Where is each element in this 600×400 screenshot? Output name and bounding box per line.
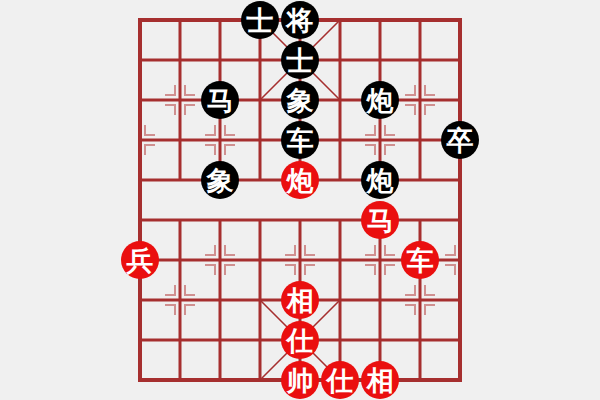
piece-black-horse[interactable]: 马 [201, 81, 239, 119]
pieces-layer: 士将士马象炮车卒象炮炮马兵车相仕帅仕相 [0, 0, 600, 400]
piece-red-elephant[interactable]: 相 [281, 281, 319, 319]
piece-red-general[interactable]: 帅 [281, 361, 319, 399]
piece-black-elephant[interactable]: 象 [201, 161, 239, 199]
piece-black-cannon[interactable]: 炮 [361, 161, 399, 199]
piece-black-soldier[interactable]: 卒 [441, 121, 479, 159]
piece-red-elephant[interactable]: 相 [361, 361, 399, 399]
piece-black-cannon[interactable]: 炮 [361, 81, 399, 119]
piece-red-advisor[interactable]: 仕 [321, 361, 359, 399]
piece-red-cannon[interactable]: 炮 [281, 161, 319, 199]
piece-black-chariot[interactable]: 车 [281, 121, 319, 159]
piece-red-soldier[interactable]: 兵 [121, 241, 159, 279]
piece-red-advisor[interactable]: 仕 [281, 321, 319, 359]
piece-black-general[interactable]: 将 [281, 1, 319, 39]
piece-black-elephant[interactable]: 象 [281, 81, 319, 119]
piece-red-chariot[interactable]: 车 [401, 241, 439, 279]
xiangqi-board[interactable]: 士将士马象炮车卒象炮炮马兵车相仕帅仕相 [0, 0, 600, 400]
piece-black-advisor[interactable]: 士 [281, 41, 319, 79]
piece-black-advisor[interactable]: 士 [241, 1, 279, 39]
piece-red-horse[interactable]: 马 [361, 201, 399, 239]
